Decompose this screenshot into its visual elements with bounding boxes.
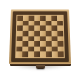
board-grid	[16, 16, 64, 57]
square-r8c8	[58, 52, 64, 57]
board-clasp	[36, 65, 45, 69]
board-frame	[11, 11, 69, 62]
product-photo	[0, 0, 80, 80]
chess-board	[9, 10, 71, 64]
board-inner-border	[15, 15, 65, 58]
